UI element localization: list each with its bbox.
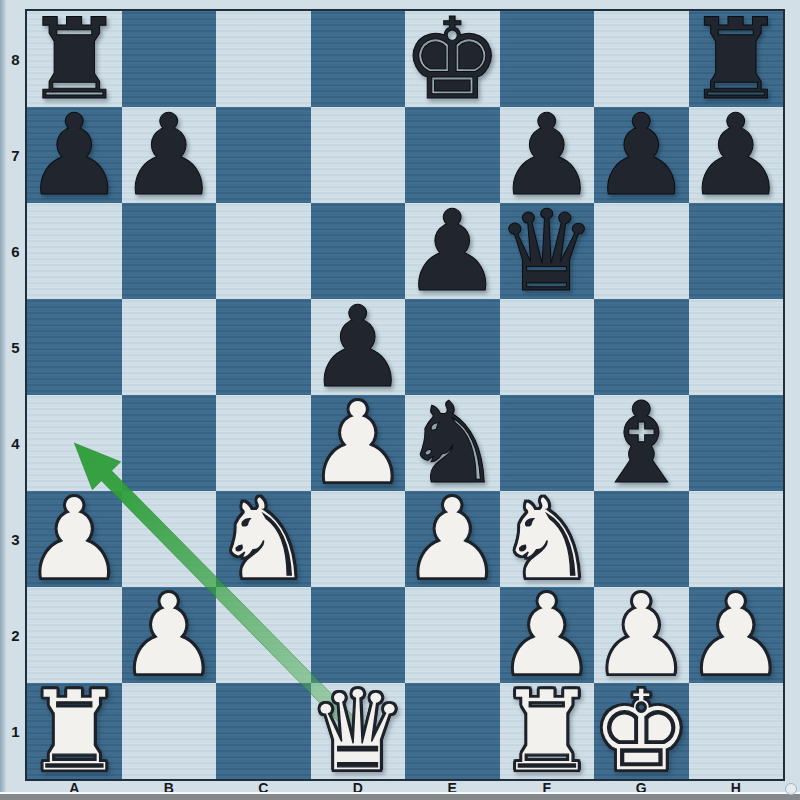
rank-label-7: 7 bbox=[0, 107, 25, 203]
square-d7[interactable] bbox=[311, 107, 406, 203]
square-h4[interactable] bbox=[689, 395, 784, 491]
rank-label-8: 8 bbox=[0, 11, 25, 107]
rank-label-2: 2 bbox=[0, 587, 25, 683]
white-pawn-a3[interactable]: ♟ bbox=[27, 491, 122, 587]
rank-label-6: 6 bbox=[0, 203, 25, 299]
black-pawn-b7[interactable]: ♟ bbox=[122, 107, 217, 203]
white-pawn-d4[interactable]: ♟ bbox=[311, 395, 406, 491]
white-rook-f1[interactable]: ♜ bbox=[500, 683, 595, 779]
square-c7[interactable] bbox=[216, 107, 311, 203]
rank-labels: 87654321 bbox=[0, 11, 25, 779]
rank-label-3: 3 bbox=[0, 491, 25, 587]
square-c1[interactable] bbox=[216, 683, 311, 779]
black-pawn-g7[interactable]: ♟ bbox=[594, 107, 689, 203]
black-pawn-e6[interactable]: ♟ bbox=[405, 203, 500, 299]
square-c6[interactable] bbox=[216, 203, 311, 299]
chess-board[interactable]: ♜♚♜♟♟♟♟♟♟♛♟♟♞♝♟♞♟♞♟♟♟♟♜♛♜♚ bbox=[25, 9, 785, 781]
rank-label-1: 1 bbox=[0, 683, 25, 779]
square-b5[interactable] bbox=[122, 299, 217, 395]
white-pawn-b2[interactable]: ♟ bbox=[122, 587, 217, 683]
white-pawn-h2[interactable]: ♟ bbox=[689, 587, 784, 683]
black-king-e8[interactable]: ♚ bbox=[405, 11, 500, 107]
white-rook-a1[interactable]: ♜ bbox=[27, 683, 122, 779]
rank-label-4: 4 bbox=[0, 395, 25, 491]
resize-handle-dot[interactable] bbox=[785, 783, 797, 795]
square-e1[interactable] bbox=[405, 683, 500, 779]
square-d8[interactable] bbox=[311, 11, 406, 107]
black-bishop-g4[interactable]: ♝ bbox=[594, 395, 689, 491]
square-a5[interactable] bbox=[27, 299, 122, 395]
black-queen-f6[interactable]: ♛ bbox=[500, 203, 595, 299]
white-pawn-e3[interactable]: ♟ bbox=[405, 491, 500, 587]
square-b4[interactable] bbox=[122, 395, 217, 491]
board-frame: 87654321 ♜♚♜♟♟♟♟♟♟♛♟♟♞♝♟♞♟♞♟♟♟♟♜♛♜♚ ABCD… bbox=[0, 0, 800, 800]
square-h5[interactable] bbox=[689, 299, 784, 395]
bottom-bar bbox=[0, 792, 800, 800]
black-pawn-h7[interactable]: ♟ bbox=[689, 107, 784, 203]
black-pawn-a7[interactable]: ♟ bbox=[27, 107, 122, 203]
rank-label-5: 5 bbox=[0, 299, 25, 395]
white-knight-c3[interactable]: ♞ bbox=[216, 491, 311, 587]
square-c8[interactable] bbox=[216, 11, 311, 107]
square-c5[interactable] bbox=[216, 299, 311, 395]
white-queen-d1[interactable]: ♛ bbox=[311, 683, 406, 779]
white-king-g1[interactable]: ♚ bbox=[594, 683, 689, 779]
